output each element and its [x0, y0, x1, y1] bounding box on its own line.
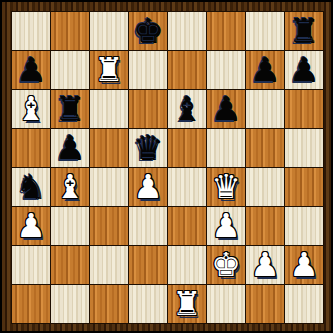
square-c4[interactable] — [90, 168, 128, 206]
piece-white-pawn[interactable]: ♟ — [16, 207, 46, 245]
square-b3[interactable] — [51, 207, 89, 245]
piece-black-pawn[interactable]: ♟ — [250, 51, 280, 89]
square-h7[interactable]: ♟ — [285, 51, 323, 89]
square-f5[interactable] — [207, 129, 245, 167]
square-d8[interactable]: ♚ — [129, 12, 167, 50]
piece-black-king[interactable]: ♚ — [133, 12, 163, 50]
square-c5[interactable] — [90, 129, 128, 167]
square-h1[interactable] — [285, 285, 323, 323]
square-c2[interactable] — [90, 246, 128, 284]
square-h4[interactable] — [285, 168, 323, 206]
piece-white-bishop[interactable]: ♝ — [55, 168, 85, 206]
piece-white-rook[interactable]: ♜ — [94, 51, 124, 89]
square-g3[interactable] — [246, 207, 284, 245]
piece-white-rook[interactable]: ♜ — [172, 285, 202, 323]
square-c8[interactable] — [90, 12, 128, 50]
square-b2[interactable] — [51, 246, 89, 284]
square-a4[interactable]: ♞ — [12, 168, 50, 206]
chess-board-frame: ♚♜♟♜♟♟♝♜♝♟♟♛♞♝♟♛♟♟♚♟♟♜ — [0, 0, 333, 333]
piece-black-queen[interactable]: ♛ — [133, 129, 163, 167]
square-c1[interactable] — [90, 285, 128, 323]
piece-black-rook[interactable]: ♜ — [55, 90, 85, 128]
square-e4[interactable] — [168, 168, 206, 206]
piece-black-bishop[interactable]: ♝ — [172, 90, 202, 128]
square-a8[interactable] — [12, 12, 50, 50]
square-f8[interactable] — [207, 12, 245, 50]
square-g1[interactable] — [246, 285, 284, 323]
square-g2[interactable]: ♟ — [246, 246, 284, 284]
piece-black-knight[interactable]: ♞ — [16, 168, 46, 206]
square-b1[interactable] — [51, 285, 89, 323]
piece-black-pawn[interactable]: ♟ — [211, 90, 241, 128]
square-c7[interactable]: ♜ — [90, 51, 128, 89]
square-f1[interactable] — [207, 285, 245, 323]
square-h3[interactable] — [285, 207, 323, 245]
square-d4[interactable]: ♟ — [129, 168, 167, 206]
square-h2[interactable]: ♟ — [285, 246, 323, 284]
square-g6[interactable] — [246, 90, 284, 128]
square-h5[interactable] — [285, 129, 323, 167]
square-e6[interactable]: ♝ — [168, 90, 206, 128]
square-c3[interactable] — [90, 207, 128, 245]
piece-white-pawn[interactable]: ♟ — [289, 246, 319, 284]
square-a7[interactable]: ♟ — [12, 51, 50, 89]
square-e8[interactable] — [168, 12, 206, 50]
square-d3[interactable] — [129, 207, 167, 245]
square-c6[interactable] — [90, 90, 128, 128]
square-b5[interactable]: ♟ — [51, 129, 89, 167]
piece-black-pawn[interactable]: ♟ — [16, 51, 46, 89]
square-d2[interactable] — [129, 246, 167, 284]
square-f3[interactable]: ♟ — [207, 207, 245, 245]
piece-white-queen[interactable]: ♛ — [211, 168, 241, 206]
square-b7[interactable] — [51, 51, 89, 89]
square-g5[interactable] — [246, 129, 284, 167]
square-f2[interactable]: ♚ — [207, 246, 245, 284]
square-f7[interactable] — [207, 51, 245, 89]
square-a5[interactable] — [12, 129, 50, 167]
square-a2[interactable] — [12, 246, 50, 284]
piece-white-pawn[interactable]: ♟ — [211, 207, 241, 245]
square-d5[interactable]: ♛ — [129, 129, 167, 167]
piece-white-king[interactable]: ♚ — [211, 246, 241, 284]
square-a6[interactable]: ♝ — [12, 90, 50, 128]
square-h8[interactable]: ♜ — [285, 12, 323, 50]
square-e1[interactable]: ♜ — [168, 285, 206, 323]
piece-white-bishop[interactable]: ♝ — [16, 90, 46, 128]
square-h6[interactable] — [285, 90, 323, 128]
square-e2[interactable] — [168, 246, 206, 284]
square-e5[interactable] — [168, 129, 206, 167]
square-g8[interactable] — [246, 12, 284, 50]
square-b8[interactable] — [51, 12, 89, 50]
chess-board: ♚♜♟♜♟♟♝♜♝♟♟♛♞♝♟♛♟♟♚♟♟♜ — [11, 11, 324, 324]
square-g4[interactable] — [246, 168, 284, 206]
square-b6[interactable]: ♜ — [51, 90, 89, 128]
square-b4[interactable]: ♝ — [51, 168, 89, 206]
piece-white-pawn[interactable]: ♟ — [250, 246, 280, 284]
square-e3[interactable] — [168, 207, 206, 245]
piece-black-pawn[interactable]: ♟ — [55, 129, 85, 167]
square-a3[interactable]: ♟ — [12, 207, 50, 245]
square-d7[interactable] — [129, 51, 167, 89]
square-d6[interactable] — [129, 90, 167, 128]
piece-white-pawn[interactable]: ♟ — [133, 168, 163, 206]
piece-black-rook[interactable]: ♜ — [289, 12, 319, 50]
square-f6[interactable]: ♟ — [207, 90, 245, 128]
square-g7[interactable]: ♟ — [246, 51, 284, 89]
piece-black-pawn[interactable]: ♟ — [289, 51, 319, 89]
square-d1[interactable] — [129, 285, 167, 323]
square-e7[interactable] — [168, 51, 206, 89]
square-a1[interactable] — [12, 285, 50, 323]
square-f4[interactable]: ♛ — [207, 168, 245, 206]
